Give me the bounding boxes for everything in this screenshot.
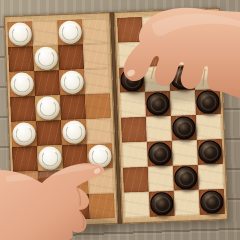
board-square xyxy=(142,16,168,42)
board-square xyxy=(32,20,58,46)
board-square xyxy=(170,90,196,116)
board-square xyxy=(123,167,149,193)
board-square xyxy=(198,164,224,190)
board-square xyxy=(83,43,109,69)
board-square xyxy=(167,15,193,41)
board-square xyxy=(36,120,62,146)
board-square xyxy=(194,64,220,90)
board-square xyxy=(146,116,172,142)
board-square xyxy=(62,144,88,170)
board-square xyxy=(193,39,219,65)
board-square xyxy=(38,170,64,196)
board-square xyxy=(8,46,34,72)
board-square xyxy=(192,14,218,40)
board-square xyxy=(121,117,147,143)
board-square xyxy=(168,40,194,66)
board-square xyxy=(60,94,86,120)
board-square xyxy=(84,68,110,94)
board-square xyxy=(89,193,115,219)
checkers-board xyxy=(4,8,228,228)
board-square xyxy=(63,169,89,195)
board-square xyxy=(196,114,222,140)
board-square xyxy=(174,190,200,216)
board-square xyxy=(172,140,198,166)
board-square xyxy=(58,44,84,70)
board-square xyxy=(14,196,40,222)
board-square xyxy=(143,41,169,67)
board-square xyxy=(124,192,150,218)
board-square xyxy=(82,18,108,44)
board-square xyxy=(34,70,60,96)
scene xyxy=(0,0,240,240)
board-square xyxy=(12,146,38,172)
board-square xyxy=(13,171,39,197)
board-square xyxy=(10,96,36,122)
board-square xyxy=(85,93,111,119)
board-square xyxy=(118,42,144,68)
board-square xyxy=(148,166,174,192)
board-square xyxy=(39,195,65,221)
board-square xyxy=(88,168,114,194)
board-square xyxy=(64,194,90,220)
board-square xyxy=(120,92,146,118)
board-square xyxy=(122,142,148,168)
board-square xyxy=(117,17,143,43)
board-square xyxy=(86,118,112,144)
board-square xyxy=(144,66,170,92)
